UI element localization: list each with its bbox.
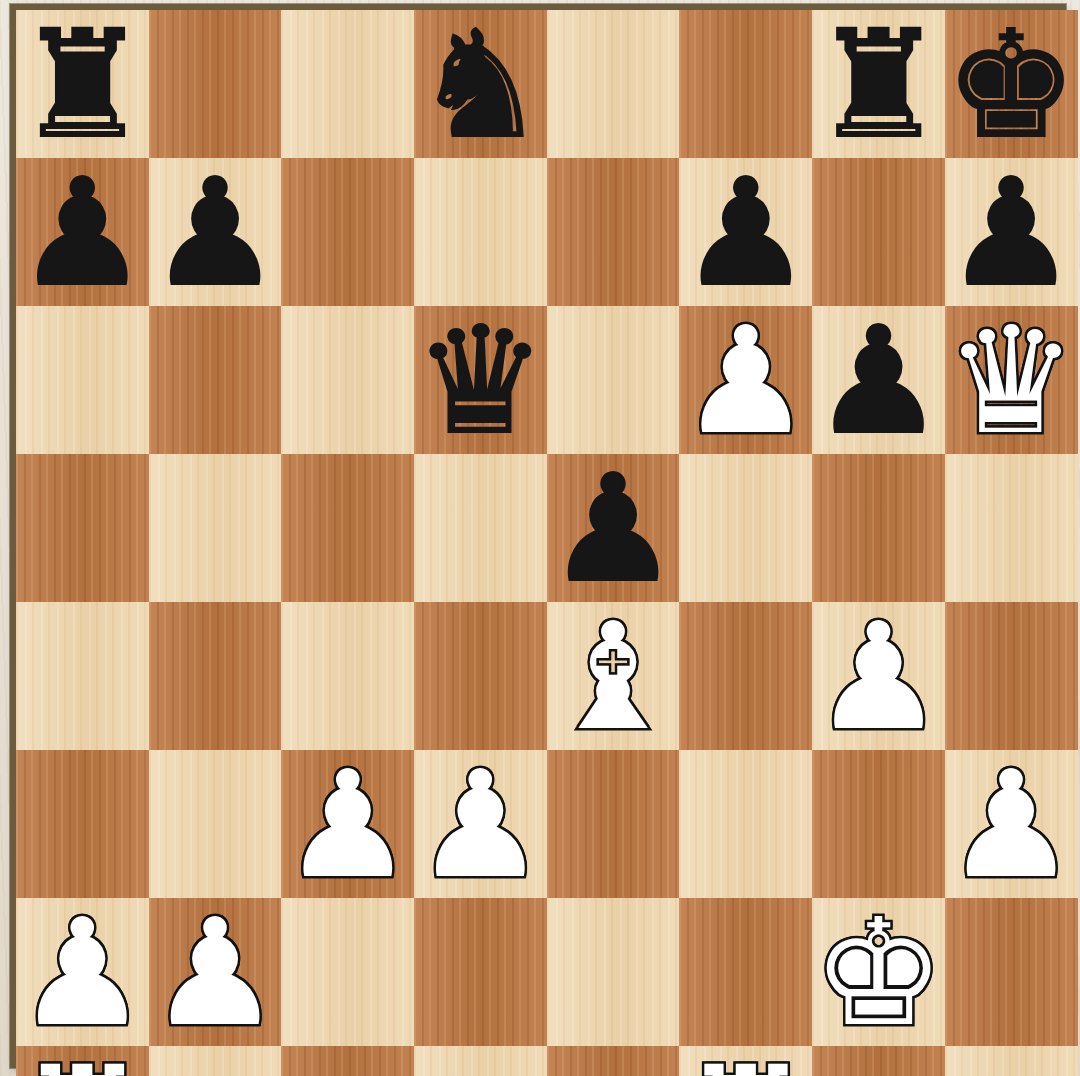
piece-black-pawn[interactable]: ♟ — [547, 455, 680, 603]
square-c3[interactable]: ♟ — [281, 750, 414, 898]
square-c6[interactable] — [281, 306, 414, 454]
square-h7[interactable]: ♟ — [945, 158, 1078, 306]
square-a6[interactable] — [16, 306, 149, 454]
square-d1[interactable] — [414, 1046, 547, 1076]
square-b1[interactable] — [149, 1046, 282, 1076]
square-h2[interactable] — [945, 898, 1078, 1046]
square-d7[interactable] — [414, 158, 547, 306]
square-f1[interactable]: ♜ — [679, 1046, 812, 1076]
piece-black-pawn[interactable]: ♟ — [149, 159, 282, 307]
square-b2[interactable]: ♟ — [149, 898, 282, 1046]
square-b8[interactable] — [149, 10, 282, 158]
square-e8[interactable] — [547, 10, 680, 158]
piece-black-rook[interactable]: ♜ — [812, 11, 945, 159]
square-h5[interactable] — [945, 454, 1078, 602]
square-e3[interactable] — [547, 750, 680, 898]
square-g3[interactable] — [812, 750, 945, 898]
piece-white-queen[interactable]: ♛ — [945, 307, 1078, 455]
piece-white-rook[interactable]: ♜ — [679, 1047, 812, 1076]
square-h8[interactable]: ♚ — [945, 10, 1078, 158]
piece-white-pawn[interactable]: ♟ — [149, 899, 282, 1047]
square-a2[interactable]: ♟ — [16, 898, 149, 1046]
piece-white-pawn[interactable]: ♟ — [16, 899, 149, 1047]
square-b4[interactable] — [149, 602, 282, 750]
square-a7[interactable]: ♟ — [16, 158, 149, 306]
square-c7[interactable] — [281, 158, 414, 306]
square-e1[interactable] — [547, 1046, 680, 1076]
square-d3[interactable]: ♟ — [414, 750, 547, 898]
square-a5[interactable] — [16, 454, 149, 602]
piece-white-pawn[interactable]: ♟ — [679, 307, 812, 455]
square-f6[interactable]: ♟ — [679, 306, 812, 454]
square-d2[interactable] — [414, 898, 547, 1046]
piece-black-pawn[interactable]: ♟ — [812, 307, 945, 455]
piece-black-knight[interactable]: ♞ — [414, 11, 547, 159]
square-b5[interactable] — [149, 454, 282, 602]
square-g8[interactable]: ♜ — [812, 10, 945, 158]
square-g7[interactable] — [812, 158, 945, 306]
square-a3[interactable] — [16, 750, 149, 898]
square-d6[interactable]: ♛ — [414, 306, 547, 454]
square-e7[interactable] — [547, 158, 680, 306]
square-c2[interactable] — [281, 898, 414, 1046]
piece-white-pawn[interactable]: ♟ — [281, 751, 414, 899]
square-c4[interactable] — [281, 602, 414, 750]
square-g1[interactable] — [812, 1046, 945, 1076]
piece-white-king[interactable]: ♚ — [812, 899, 945, 1047]
square-b7[interactable]: ♟ — [149, 158, 282, 306]
square-a1[interactable]: ♜ — [16, 1046, 149, 1076]
square-b6[interactable] — [149, 306, 282, 454]
piece-black-pawn[interactable]: ♟ — [16, 159, 149, 307]
square-f7[interactable]: ♟ — [679, 158, 812, 306]
square-e4[interactable]: ♝ — [547, 602, 680, 750]
chess-board: ♜♞♜♚♟♟♟♟♛♟♟♛♟♝♟♟♟♟♟♟♚♜♜ — [10, 4, 1066, 1068]
piece-black-pawn[interactable]: ♟ — [945, 159, 1078, 307]
square-a8[interactable]: ♜ — [16, 10, 149, 158]
square-f3[interactable] — [679, 750, 812, 898]
square-e6[interactable] — [547, 306, 680, 454]
square-f5[interactable] — [679, 454, 812, 602]
square-c8[interactable] — [281, 10, 414, 158]
piece-white-rook[interactable]: ♜ — [16, 1047, 149, 1076]
square-g5[interactable] — [812, 454, 945, 602]
square-c1[interactable] — [281, 1046, 414, 1076]
square-f4[interactable] — [679, 602, 812, 750]
piece-white-pawn[interactable]: ♟ — [414, 751, 547, 899]
square-h3[interactable]: ♟ — [945, 750, 1078, 898]
square-a4[interactable] — [16, 602, 149, 750]
square-e5[interactable]: ♟ — [547, 454, 680, 602]
page-background: ♜♞♜♚♟♟♟♟♛♟♟♛♟♝♟♟♟♟♟♟♚♜♜ — [0, 0, 1080, 1076]
square-f2[interactable] — [679, 898, 812, 1046]
square-e2[interactable] — [547, 898, 680, 1046]
piece-white-bishop[interactable]: ♝ — [547, 603, 680, 751]
piece-black-king[interactable]: ♚ — [945, 11, 1078, 159]
piece-black-queen[interactable]: ♛ — [414, 307, 547, 455]
square-h4[interactable] — [945, 602, 1078, 750]
square-b3[interactable] — [149, 750, 282, 898]
square-d4[interactable] — [414, 602, 547, 750]
square-h1[interactable] — [945, 1046, 1078, 1076]
square-f8[interactable] — [679, 10, 812, 158]
square-g6[interactable]: ♟ — [812, 306, 945, 454]
square-h6[interactable]: ♛ — [945, 306, 1078, 454]
piece-white-pawn[interactable]: ♟ — [945, 751, 1078, 899]
square-g2[interactable]: ♚ — [812, 898, 945, 1046]
piece-black-pawn[interactable]: ♟ — [679, 159, 812, 307]
piece-black-rook[interactable]: ♜ — [16, 11, 149, 159]
piece-white-pawn[interactable]: ♟ — [812, 603, 945, 751]
square-g4[interactable]: ♟ — [812, 602, 945, 750]
square-d5[interactable] — [414, 454, 547, 602]
square-c5[interactable] — [281, 454, 414, 602]
square-d8[interactable]: ♞ — [414, 10, 547, 158]
